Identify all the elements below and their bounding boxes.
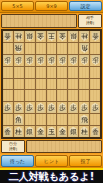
board-cell[interactable]: 桂 (79, 126, 89, 137)
board-cell[interactable]: 金 (57, 31, 67, 42)
piece-kanji: 歩 (59, 104, 66, 113)
piece-kanji: 金 (59, 32, 66, 41)
board-cell[interactable] (57, 79, 67, 90)
piece-kanji: 桂 (15, 128, 22, 137)
shogi-piece-sente[interactable]: 歩 (14, 103, 23, 113)
board-cell[interactable] (36, 67, 46, 78)
board-cell[interactable] (36, 114, 46, 125)
shogi-piece-gote[interactable]: 金 (36, 31, 45, 41)
shogi-piece-gote[interactable]: 歩 (69, 55, 78, 65)
board-cell[interactable] (3, 114, 13, 125)
top-bar: 5×5 9×9 設定 (0, 0, 103, 13)
shogi-piece-sente[interactable]: 香 (3, 127, 12, 137)
board-cell[interactable] (90, 79, 100, 90)
settings-button[interactable]: 設定 (69, 1, 102, 11)
piece-kanji: 歩 (48, 55, 55, 64)
shogi-piece-gote[interactable]: 歩 (58, 55, 67, 65)
board-cell[interactable] (90, 114, 100, 125)
piece-kanji: 歩 (92, 55, 99, 64)
board-cell[interactable] (47, 114, 57, 125)
shogi-board: 香桂銀金王金銀桂香飛角歩歩歩歩歩歩歩歩歩歩歩歩歩歩歩歩歩歩角飛香桂銀金玉金銀桂香 (1, 29, 102, 139)
shogi-piece-sente[interactable]: 玉 (47, 127, 56, 137)
board-cell[interactable]: 飛 (14, 43, 24, 54)
piece-kanji: 金 (37, 32, 44, 41)
piece-kanji: 香 (5, 32, 12, 41)
board-cell[interactable] (68, 90, 78, 101)
shogi-piece-sente[interactable]: 銀 (69, 127, 78, 137)
piece-kanji: 歩 (26, 55, 33, 64)
player-area: 自分 持駒 (0, 139, 103, 154)
board-cell[interactable]: 銀 (25, 31, 35, 42)
board-cell[interactable]: 歩 (3, 102, 13, 113)
shogi-piece-gote[interactable]: 王 (47, 31, 56, 41)
piece-kanji: 飛 (15, 44, 22, 53)
shogi-piece-sente[interactable]: 歩 (25, 103, 34, 113)
board-cell[interactable] (90, 90, 100, 101)
board-cell[interactable]: 歩 (57, 55, 67, 66)
board-cell[interactable]: 桂 (79, 31, 89, 42)
piece-kanji: 桂 (81, 32, 88, 41)
board-cell[interactable]: 玉 (47, 126, 57, 137)
shogi-piece-sente[interactable]: 桂 (80, 127, 89, 137)
board-cell[interactable]: 歩 (36, 55, 46, 66)
board-cell[interactable] (47, 43, 57, 54)
piece-kanji: 歩 (15, 55, 22, 64)
board-cell[interactable]: 銀 (68, 126, 78, 137)
piece-kanji: 金 (37, 128, 44, 137)
board-cell[interactable] (36, 43, 46, 54)
piece-kanji: 歩 (5, 55, 12, 64)
shogi-piece-sente[interactable]: 歩 (69, 103, 78, 113)
board-cell[interactable] (3, 67, 13, 78)
shogi-piece-sente[interactable]: 歩 (47, 103, 56, 113)
board-cell[interactable] (90, 43, 100, 54)
board-cell[interactable]: 桂 (14, 31, 24, 42)
board-cell[interactable] (3, 43, 13, 54)
piece-kanji: 歩 (48, 104, 55, 113)
shogi-piece-gote[interactable]: 歩 (3, 55, 12, 65)
shogi-piece-gote[interactable]: 角 (80, 43, 89, 53)
board-cell[interactable] (25, 43, 35, 54)
piece-kanji: 歩 (15, 104, 22, 113)
board-cell[interactable]: 金 (36, 126, 46, 137)
board-size-tab-5x5[interactable]: 5×5 (1, 1, 34, 11)
piece-kanji: 歩 (26, 104, 33, 113)
board-cell[interactable]: 歩 (68, 102, 78, 113)
board-cell[interactable]: 桂 (14, 126, 24, 137)
board-cell[interactable] (14, 79, 24, 90)
board-cell[interactable] (14, 67, 24, 78)
piece-kanji: 歩 (37, 104, 44, 113)
board-cell[interactable] (68, 114, 78, 125)
shogi-piece-sente[interactable]: 歩 (3, 103, 12, 113)
board-cell[interactable]: 角 (14, 114, 24, 125)
shogi-piece-gote[interactable]: 歩 (47, 55, 56, 65)
board-cell[interactable] (68, 79, 78, 90)
board-cell[interactable]: 歩 (79, 102, 89, 113)
piece-kanji: 銀 (26, 128, 33, 137)
board-cell[interactable]: 歩 (25, 102, 35, 113)
control-bar: 待った ヒント 投了 (0, 154, 103, 168)
board-cell[interactable]: 歩 (90, 102, 100, 113)
hint-button[interactable]: ヒント (35, 155, 68, 167)
shogi-piece-sente[interactable]: 桂 (14, 127, 23, 137)
ad-banner[interactable]: 二人対戦もあるよ! (0, 168, 103, 183)
undo-button[interactable]: 待った (1, 155, 34, 167)
shogi-piece-gote[interactable]: 金 (58, 31, 67, 41)
piece-kanji: 歩 (5, 104, 12, 113)
board-cell[interactable]: 銀 (68, 31, 78, 42)
board-cell[interactable]: 銀 (25, 126, 35, 137)
piece-kanji: 歩 (37, 55, 44, 64)
shogi-piece-sente[interactable]: 飛 (80, 115, 89, 125)
opponent-area: 相手 持駒 (0, 13, 103, 29)
shogi-piece-sente[interactable]: 金 (36, 127, 45, 137)
piece-kanji: 歩 (70, 104, 77, 113)
piece-kanji: 銀 (26, 32, 33, 41)
board-cell[interactable] (57, 90, 67, 101)
opponent-label: 相手 持駒 (78, 14, 102, 28)
board-cell[interactable]: 飛 (79, 114, 89, 125)
shogi-piece-gote[interactable]: 歩 (14, 55, 23, 65)
shogi-piece-gote[interactable]: 香 (3, 31, 12, 41)
board-cell[interactable] (14, 90, 24, 101)
board-cell[interactable]: 金 (36, 31, 46, 42)
board-cell[interactable] (79, 90, 89, 101)
board-cell[interactable]: 歩 (57, 102, 67, 113)
board-cell[interactable]: 歩 (47, 102, 57, 113)
piece-kanji: 桂 (81, 128, 88, 137)
board-cell[interactable] (25, 79, 35, 90)
piece-kanji: 歩 (59, 55, 66, 64)
shogi-piece-gote[interactable]: 歩 (80, 55, 89, 65)
ad-banner-text: 二人対戦もあるよ! (9, 172, 95, 182)
board-cell[interactable]: 歩 (36, 102, 46, 113)
shogi-piece-sente[interactable]: 歩 (80, 103, 89, 113)
board-cell[interactable] (36, 79, 46, 90)
piece-kanji: 香 (5, 128, 12, 137)
shogi-piece-sente[interactable]: 歩 (58, 103, 67, 113)
board-cell[interactable]: 香 (3, 31, 13, 42)
opponent-label-line2: 持駒 (86, 21, 94, 26)
board-cell[interactable]: 歩 (14, 102, 24, 113)
shogi-piece-sente[interactable]: 歩 (91, 103, 100, 113)
board-cell[interactable] (3, 90, 13, 101)
piece-kanji: 銀 (70, 32, 77, 41)
board-cell[interactable] (25, 67, 35, 78)
piece-kanji: 玉 (48, 128, 55, 137)
board-cell[interactable] (25, 90, 35, 101)
board-cell[interactable]: 王 (47, 31, 57, 42)
shogi-piece-gote[interactable]: 飛 (14, 43, 23, 53)
board-cell[interactable]: 角 (79, 43, 89, 54)
shogi-piece-gote[interactable]: 歩 (36, 55, 45, 65)
player-label: 自分 持駒 (1, 140, 25, 153)
shogi-piece-gote[interactable]: 桂 (80, 31, 89, 41)
piece-kanji: 桂 (15, 32, 22, 41)
player-captured-tray[interactable] (26, 140, 102, 153)
piece-kanji: 歩 (92, 104, 99, 113)
board-cell[interactable]: 歩 (14, 55, 24, 66)
board-cell[interactable] (47, 67, 57, 78)
board-cell[interactable] (47, 79, 57, 90)
shogi-piece-sente[interactable]: 角 (14, 115, 23, 125)
piece-kanji: 銀 (70, 128, 77, 137)
piece-kanji: 角 (15, 116, 22, 125)
piece-kanji: 角 (81, 44, 88, 53)
board-cell[interactable]: 歩 (47, 55, 57, 66)
resign-button[interactable]: 投了 (69, 155, 102, 167)
board-cell[interactable]: 香 (90, 126, 100, 137)
opponent-captured-tray[interactable] (1, 14, 77, 28)
board-cell[interactable] (57, 67, 67, 78)
board-cell[interactable] (36, 90, 46, 101)
board-cell[interactable] (47, 90, 57, 101)
board-cell[interactable]: 香 (3, 126, 13, 137)
piece-kanji: 歩 (70, 55, 77, 64)
board-cell[interactable] (3, 79, 13, 90)
board-cell[interactable]: 香 (90, 31, 100, 42)
shogi-piece-gote[interactable]: 銀 (69, 31, 78, 41)
board-cell[interactable] (25, 114, 35, 125)
board-cell[interactable]: 歩 (90, 55, 100, 66)
piece-kanji: 香 (92, 32, 99, 41)
shogi-piece-sente[interactable]: 歩 (36, 103, 45, 113)
shogi-app-screen: 5×5 9×9 設定 相手 持駒 香桂銀金王金銀桂香飛角歩歩歩歩歩歩歩歩歩歩歩歩… (0, 0, 103, 183)
board-cell[interactable] (57, 43, 67, 54)
shogi-piece-gote[interactable]: 歩 (91, 55, 100, 65)
piece-kanji: 香 (92, 128, 99, 137)
board-cell[interactable]: 歩 (3, 55, 13, 66)
board-cell[interactable] (57, 114, 67, 125)
board-cell[interactable] (68, 67, 78, 78)
piece-kanji: 歩 (81, 55, 88, 64)
shogi-piece-gote[interactable]: 歩 (25, 55, 34, 65)
board-cell[interactable] (68, 43, 78, 54)
board-cell[interactable] (90, 67, 100, 78)
board-cell[interactable] (79, 67, 89, 78)
shogi-piece-sente[interactable]: 銀 (25, 127, 34, 137)
board-size-tab-9x9[interactable]: 9×9 (35, 1, 68, 11)
board-cell[interactable]: 歩 (25, 55, 35, 66)
shogi-piece-sente[interactable]: 金 (58, 127, 67, 137)
board-cell[interactable]: 歩 (79, 55, 89, 66)
player-label-line2: 持駒 (9, 147, 17, 152)
shogi-piece-gote[interactable]: 香 (91, 31, 100, 41)
piece-kanji: 金 (59, 128, 66, 137)
board-cell[interactable]: 金 (57, 126, 67, 137)
shogi-piece-gote[interactable]: 銀 (25, 31, 34, 41)
board-cell[interactable]: 歩 (68, 55, 78, 66)
piece-kanji: 飛 (81, 116, 88, 125)
piece-kanji: 王 (48, 32, 55, 41)
board-wrap: 香桂銀金王金銀桂香飛角歩歩歩歩歩歩歩歩歩歩歩歩歩歩歩歩歩歩角飛香桂銀金玉金銀桂香 (0, 29, 103, 139)
piece-kanji: 歩 (81, 104, 88, 113)
board-cell[interactable] (79, 79, 89, 90)
shogi-piece-gote[interactable]: 桂 (14, 31, 23, 41)
shogi-piece-sente[interactable]: 香 (91, 127, 100, 137)
